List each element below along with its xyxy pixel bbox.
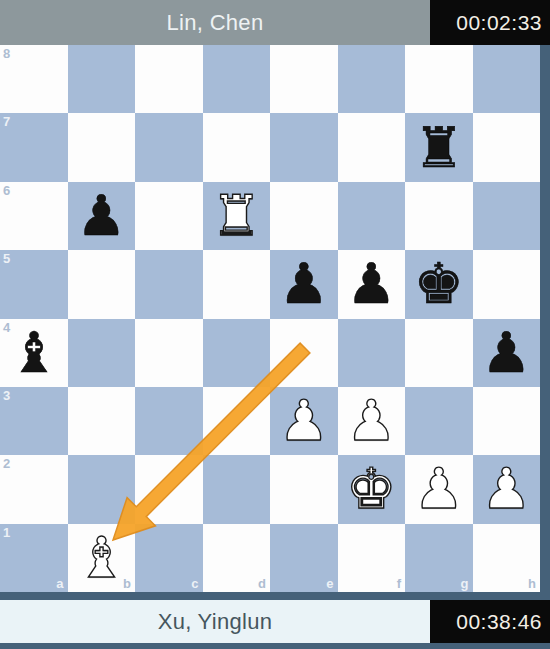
square-d5[interactable] bbox=[203, 250, 271, 318]
square-e7[interactable] bbox=[270, 113, 338, 181]
top-player-bar: Lin, Chen 00:02:33 bbox=[0, 0, 550, 45]
square-f2[interactable]: ♚ bbox=[338, 455, 406, 523]
square-d8[interactable] bbox=[203, 45, 271, 113]
square-c8[interactable] bbox=[135, 45, 203, 113]
square-d7[interactable] bbox=[203, 113, 271, 181]
square-d4[interactable] bbox=[203, 319, 271, 387]
square-c5[interactable] bbox=[135, 250, 203, 318]
square-e8[interactable] bbox=[270, 45, 338, 113]
file-label-a: a bbox=[56, 576, 63, 591]
rank-label-1: 1 bbox=[3, 525, 10, 540]
square-e3[interactable]: ♟ bbox=[270, 387, 338, 455]
square-f8[interactable] bbox=[338, 45, 406, 113]
square-a5[interactable]: 5 bbox=[0, 250, 68, 318]
square-d2[interactable] bbox=[203, 455, 271, 523]
square-h4[interactable]: ♟ bbox=[473, 319, 541, 387]
white-pawn: ♟ bbox=[473, 455, 541, 523]
rank-label-8: 8 bbox=[3, 46, 10, 61]
black-bishop: ♝ bbox=[0, 319, 68, 387]
top-player-clock: 00:02:33 bbox=[430, 0, 550, 45]
file-label-d: d bbox=[258, 576, 266, 591]
square-c1[interactable]: c bbox=[135, 524, 203, 592]
square-b4[interactable] bbox=[68, 319, 136, 387]
black-pawn: ♟ bbox=[270, 250, 338, 318]
square-a2[interactable]: 2 bbox=[0, 455, 68, 523]
square-a3[interactable]: 3 bbox=[0, 387, 68, 455]
square-e6[interactable] bbox=[270, 182, 338, 250]
square-a4[interactable]: 4♝ bbox=[0, 319, 68, 387]
file-label-c: c bbox=[191, 576, 198, 591]
square-h1[interactable]: h bbox=[473, 524, 541, 592]
square-g6[interactable] bbox=[405, 182, 473, 250]
square-f4[interactable] bbox=[338, 319, 406, 387]
file-label-e: e bbox=[326, 576, 333, 591]
square-d6[interactable]: ♜ bbox=[203, 182, 271, 250]
white-pawn: ♟ bbox=[338, 387, 406, 455]
square-e5[interactable]: ♟ bbox=[270, 250, 338, 318]
rank-label-7: 7 bbox=[3, 114, 10, 129]
square-c2[interactable] bbox=[135, 455, 203, 523]
square-d1[interactable]: d bbox=[203, 524, 271, 592]
square-g2[interactable]: ♟ bbox=[405, 455, 473, 523]
square-h2[interactable]: ♟ bbox=[473, 455, 541, 523]
black-rook: ♜ bbox=[405, 113, 473, 181]
square-a7[interactable]: 7 bbox=[0, 113, 68, 181]
black-pawn: ♟ bbox=[68, 182, 136, 250]
square-e4[interactable] bbox=[270, 319, 338, 387]
square-g4[interactable] bbox=[405, 319, 473, 387]
square-d3[interactable] bbox=[203, 387, 271, 455]
square-b3[interactable] bbox=[68, 387, 136, 455]
square-f3[interactable]: ♟ bbox=[338, 387, 406, 455]
square-a1[interactable]: 1a bbox=[0, 524, 68, 592]
square-b1[interactable]: b♝ bbox=[68, 524, 136, 592]
square-f1[interactable]: f bbox=[338, 524, 406, 592]
file-label-f: f bbox=[397, 576, 401, 591]
black-pawn: ♟ bbox=[338, 250, 406, 318]
square-g1[interactable]: g bbox=[405, 524, 473, 592]
square-e2[interactable] bbox=[270, 455, 338, 523]
square-c3[interactable] bbox=[135, 387, 203, 455]
square-g8[interactable] bbox=[405, 45, 473, 113]
rank-label-6: 6 bbox=[3, 183, 10, 198]
square-g3[interactable] bbox=[405, 387, 473, 455]
square-f5[interactable]: ♟ bbox=[338, 250, 406, 318]
square-b6[interactable]: ♟ bbox=[68, 182, 136, 250]
rank-label-3: 3 bbox=[3, 388, 10, 403]
board-border-right bbox=[540, 45, 550, 592]
square-c6[interactable] bbox=[135, 182, 203, 250]
square-h5[interactable] bbox=[473, 250, 541, 318]
square-h7[interactable] bbox=[473, 113, 541, 181]
black-pawn: ♟ bbox=[473, 319, 541, 387]
square-h3[interactable] bbox=[473, 387, 541, 455]
square-b8[interactable] bbox=[68, 45, 136, 113]
white-rook: ♜ bbox=[203, 182, 271, 250]
footer-strip bbox=[0, 643, 550, 649]
chess-board-area: 87♜6♟♜5♟♟♚4♝♟3♟♟2♚♟♟1ab♝cdefgh bbox=[0, 45, 550, 600]
file-label-g: g bbox=[461, 576, 469, 591]
white-king: ♚ bbox=[338, 455, 406, 523]
top-player-name: Lin, Chen bbox=[0, 0, 430, 45]
square-b5[interactable] bbox=[68, 250, 136, 318]
square-f7[interactable] bbox=[338, 113, 406, 181]
white-pawn: ♟ bbox=[270, 387, 338, 455]
white-pawn: ♟ bbox=[405, 455, 473, 523]
square-h8[interactable] bbox=[473, 45, 541, 113]
board-border-bottom bbox=[0, 592, 550, 600]
square-e1[interactable]: e bbox=[270, 524, 338, 592]
square-b7[interactable] bbox=[68, 113, 136, 181]
chess-board: 87♜6♟♜5♟♟♚4♝♟3♟♟2♚♟♟1ab♝cdefgh bbox=[0, 45, 540, 592]
file-label-h: h bbox=[528, 576, 536, 591]
rank-label-5: 5 bbox=[3, 251, 10, 266]
square-b2[interactable] bbox=[68, 455, 136, 523]
bottom-player-bar: Xu, Yinglun 00:38:46 bbox=[0, 600, 550, 643]
bottom-player-name: Xu, Yinglun bbox=[0, 600, 430, 643]
square-c7[interactable] bbox=[135, 113, 203, 181]
square-h6[interactable] bbox=[473, 182, 541, 250]
square-c4[interactable] bbox=[135, 319, 203, 387]
black-king: ♚ bbox=[405, 250, 473, 318]
rank-label-2: 2 bbox=[3, 456, 10, 471]
bottom-player-clock: 00:38:46 bbox=[430, 600, 550, 643]
square-g5[interactable]: ♚ bbox=[405, 250, 473, 318]
white-bishop: ♝ bbox=[68, 524, 136, 592]
square-a8[interactable]: 8 bbox=[0, 45, 68, 113]
square-g7[interactable]: ♜ bbox=[405, 113, 473, 181]
square-a6[interactable]: 6 bbox=[0, 182, 68, 250]
square-f6[interactable] bbox=[338, 182, 406, 250]
